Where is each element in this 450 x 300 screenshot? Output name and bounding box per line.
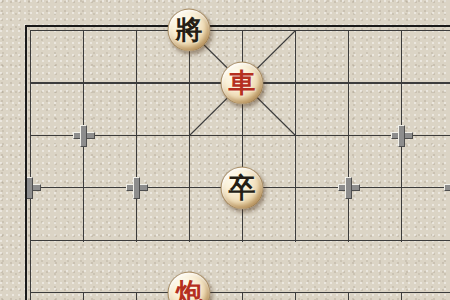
marker-bar-vertical	[133, 177, 140, 199]
piece-red-chariot[interactable]: 車	[221, 62, 264, 105]
point-marker-edge-left	[27, 176, 42, 200]
marker-bar-vertical	[398, 125, 405, 147]
marker-bar-vertical	[27, 177, 33, 199]
piece-glyph: 卒	[229, 175, 256, 202]
marker-bar-vertical	[345, 177, 352, 199]
point-marker	[27, 176, 42, 200]
piece-glyph: 將	[176, 17, 203, 44]
piece-glyph: 車	[229, 70, 256, 97]
marker-bar-vertical	[80, 125, 87, 147]
piece-black-soldier[interactable]: 卒	[221, 167, 264, 210]
point-marker-edge-right	[443, 176, 450, 200]
point-marker	[390, 124, 414, 148]
board-grid-lower	[30, 293, 450, 300]
marker-bar-horizontal	[444, 184, 450, 191]
river-band: 楚河 漢界	[30, 241, 450, 293]
point-marker	[72, 124, 96, 148]
point-marker	[125, 176, 149, 200]
piece-glyph: 炮	[176, 280, 203, 300]
point-marker	[337, 176, 361, 200]
xiangqi-board[interactable]: 楚河 漢界 將 車 卒 炮	[0, 0, 450, 300]
piece-black-general[interactable]: 將	[168, 9, 211, 52]
